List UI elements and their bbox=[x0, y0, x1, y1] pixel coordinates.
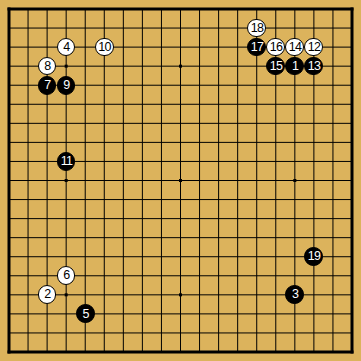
move-number: 18 bbox=[251, 22, 264, 35]
stone-black-move-17[interactable]: 17 bbox=[247, 38, 266, 57]
move-number: 2 bbox=[44, 288, 50, 301]
go-board: 12345678910111213141516171819 bbox=[0, 0, 361, 361]
stone-black-move-1[interactable]: 1 bbox=[285, 57, 304, 76]
move-number: 17 bbox=[251, 41, 264, 54]
move-number: 14 bbox=[289, 41, 302, 54]
stone-white-move-16[interactable]: 16 bbox=[266, 38, 285, 57]
move-number: 1 bbox=[292, 60, 298, 73]
stone-white-move-2[interactable]: 2 bbox=[38, 285, 57, 304]
stone-black-move-9[interactable]: 9 bbox=[57, 76, 76, 95]
move-number: 9 bbox=[63, 79, 69, 92]
move-number: 19 bbox=[308, 250, 321, 263]
move-number: 8 bbox=[44, 60, 50, 73]
move-number: 12 bbox=[308, 41, 321, 54]
stone-black-move-3[interactable]: 3 bbox=[285, 285, 304, 304]
move-number: 3 bbox=[292, 288, 298, 301]
stone-black-move-11[interactable]: 11 bbox=[57, 152, 76, 171]
move-number: 13 bbox=[308, 60, 321, 73]
stone-white-move-6[interactable]: 6 bbox=[57, 266, 76, 285]
stone-white-move-14[interactable]: 14 bbox=[285, 38, 304, 57]
move-number: 6 bbox=[63, 269, 69, 282]
stone-white-move-8[interactable]: 8 bbox=[38, 57, 57, 76]
stone-white-move-10[interactable]: 10 bbox=[95, 38, 114, 57]
stone-black-move-13[interactable]: 13 bbox=[304, 57, 323, 76]
stone-white-move-18[interactable]: 18 bbox=[247, 19, 266, 38]
stone-black-move-5[interactable]: 5 bbox=[76, 304, 95, 323]
stone-black-move-19[interactable]: 19 bbox=[304, 247, 323, 266]
move-number: 16 bbox=[270, 41, 283, 54]
move-number: 7 bbox=[44, 79, 50, 92]
move-number: 4 bbox=[63, 41, 69, 54]
stone-white-move-4[interactable]: 4 bbox=[57, 38, 76, 57]
move-number: 15 bbox=[270, 60, 283, 73]
stone-black-move-7[interactable]: 7 bbox=[38, 76, 57, 95]
stone-white-move-12[interactable]: 12 bbox=[304, 38, 323, 57]
stone-black-move-15[interactable]: 15 bbox=[266, 57, 285, 76]
move-number: 11 bbox=[61, 155, 73, 168]
move-number: 5 bbox=[82, 308, 88, 321]
move-number: 10 bbox=[98, 41, 111, 54]
board-grid[interactable]: 12345678910111213141516171819 bbox=[0, 0, 361, 361]
